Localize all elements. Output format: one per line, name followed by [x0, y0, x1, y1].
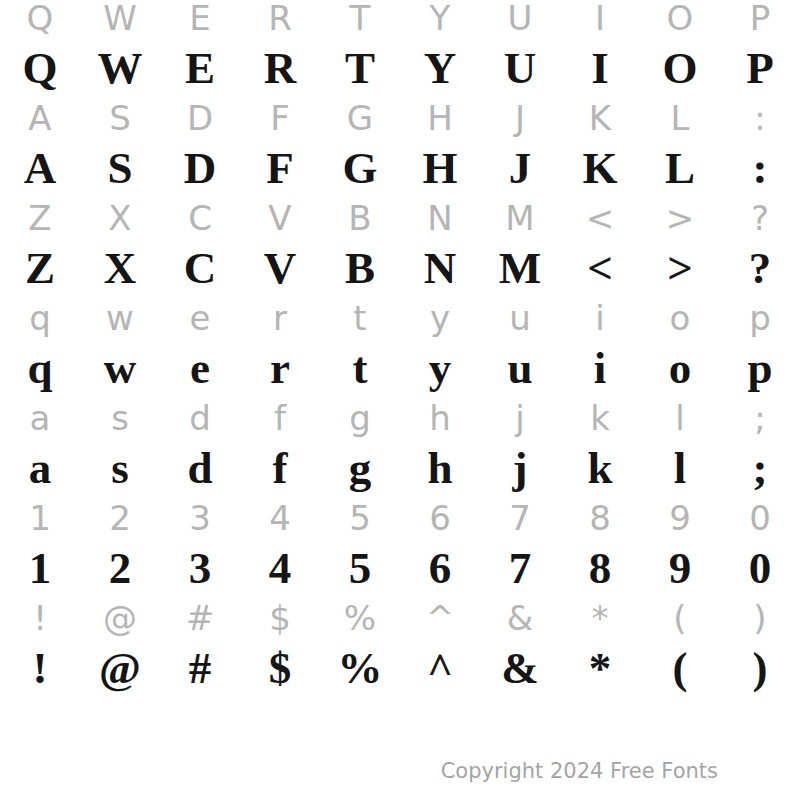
glyph-cell-r5c10: ? [720, 193, 800, 243]
glyph-cell-r12c3: 3 [160, 543, 240, 593]
glyph-cell-r4c6: H [400, 143, 480, 193]
glyph-cell-r10c8: k [560, 443, 640, 493]
glyph-cell-r2c6: Y [400, 43, 480, 93]
glyph-cell-r5c4: V [240, 193, 320, 243]
glyph-cell-r14c4: $ [240, 643, 320, 693]
glyph-cell-r3c5: G [320, 93, 400, 143]
glyph-cell-r7c1: q [0, 293, 80, 343]
glyph-cell-r12c10: 0 [720, 543, 800, 593]
glyph-cell-r12c7: 7 [480, 543, 560, 593]
glyph-cell-r5c5: B [320, 193, 400, 243]
glyph-cell-r10c6: h [400, 443, 480, 493]
glyph-cell-r7c2: w [80, 293, 160, 343]
character-grid: QWERTYUIOPQWERTYUIOPASDFGHJKL:ASDFGHJKL:… [0, 0, 800, 693]
glyph-cell-r13c5: % [320, 593, 400, 643]
glyph-cell-r9c4: f [240, 393, 320, 443]
glyph-cell-r2c2: W [80, 43, 160, 93]
glyph-cell-r14c9: ( [640, 643, 720, 693]
glyph-cell-r8c9: o [640, 343, 720, 393]
glyph-cell-r4c4: F [240, 143, 320, 193]
glyph-cell-r2c8: I [560, 43, 640, 93]
glyph-cell-r10c10: ; [720, 443, 800, 493]
glyph-cell-r11c7: 7 [480, 493, 560, 543]
glyph-cell-r6c9: > [640, 243, 720, 293]
glyph-cell-r13c3: # [160, 593, 240, 643]
glyph-cell-r9c1: a [0, 393, 80, 443]
glyph-cell-r6c8: < [560, 243, 640, 293]
glyph-cell-r7c9: o [640, 293, 720, 343]
glyph-cell-r4c10: : [720, 143, 800, 193]
glyph-cell-r9c7: j [480, 393, 560, 443]
glyph-cell-r12c5: 5 [320, 543, 400, 593]
glyph-cell-r10c9: l [640, 443, 720, 493]
glyph-cell-r7c4: r [240, 293, 320, 343]
glyph-cell-r8c4: r [240, 343, 320, 393]
glyph-cell-r8c7: u [480, 343, 560, 393]
glyph-cell-r9c10: ; [720, 393, 800, 443]
glyph-cell-r5c7: M [480, 193, 560, 243]
glyph-cell-r14c6: ^ [400, 643, 480, 693]
glyph-cell-r14c10: ) [720, 643, 800, 693]
glyph-cell-r10c3: d [160, 443, 240, 493]
glyph-cell-r8c8: i [560, 343, 640, 393]
glyph-cell-r9c3: d [160, 393, 240, 443]
glyph-cell-r11c4: 4 [240, 493, 320, 543]
glyph-cell-r13c4: $ [240, 593, 320, 643]
glyph-cell-r2c10: P [720, 43, 800, 93]
glyph-cell-r13c9: ( [640, 593, 720, 643]
glyph-cell-r4c7: J [480, 143, 560, 193]
glyph-cell-r3c2: S [80, 93, 160, 143]
glyph-cell-r5c8: < [560, 193, 640, 243]
glyph-cell-r2c7: U [480, 43, 560, 93]
glyph-cell-r1c7: U [480, 0, 560, 43]
glyph-cell-r12c4: 4 [240, 543, 320, 593]
glyph-cell-r14c2: @ [80, 643, 160, 693]
glyph-cell-r7c7: u [480, 293, 560, 343]
glyph-cell-r3c1: A [0, 93, 80, 143]
glyph-cell-r10c5: g [320, 443, 400, 493]
glyph-cell-r9c5: g [320, 393, 400, 443]
glyph-cell-r13c10: ) [720, 593, 800, 643]
glyph-cell-r12c8: 8 [560, 543, 640, 593]
glyph-cell-r7c10: p [720, 293, 800, 343]
glyph-cell-r2c3: E [160, 43, 240, 93]
glyph-cell-r8c1: q [0, 343, 80, 393]
glyph-cell-r1c3: E [160, 0, 240, 43]
glyph-cell-r11c6: 6 [400, 493, 480, 543]
glyph-cell-r7c5: t [320, 293, 400, 343]
glyph-cell-r8c2: w [80, 343, 160, 393]
glyph-cell-r2c9: O [640, 43, 720, 93]
glyph-cell-r12c6: 6 [400, 543, 480, 593]
glyph-cell-r4c2: S [80, 143, 160, 193]
glyph-cell-r1c2: W [80, 0, 160, 43]
glyph-cell-r3c6: H [400, 93, 480, 143]
glyph-cell-r2c4: R [240, 43, 320, 93]
glyph-cell-r4c3: D [160, 143, 240, 193]
glyph-cell-r8c5: t [320, 343, 400, 393]
glyph-cell-r10c2: s [80, 443, 160, 493]
glyph-cell-r7c8: i [560, 293, 640, 343]
glyph-cell-r6c6: N [400, 243, 480, 293]
glyph-cell-r1c6: Y [400, 0, 480, 43]
glyph-cell-r3c4: F [240, 93, 320, 143]
glyph-cell-r1c4: R [240, 0, 320, 43]
glyph-cell-r11c2: 2 [80, 493, 160, 543]
glyph-cell-r1c8: I [560, 0, 640, 43]
glyph-cell-r6c3: C [160, 243, 240, 293]
glyph-cell-r14c7: & [480, 643, 560, 693]
glyph-cell-r11c1: 1 [0, 493, 80, 543]
glyph-cell-r11c3: 3 [160, 493, 240, 543]
glyph-cell-r6c10: ? [720, 243, 800, 293]
glyph-cell-r1c1: Q [0, 0, 80, 43]
glyph-cell-r13c8: * [560, 593, 640, 643]
glyph-cell-r4c5: G [320, 143, 400, 193]
glyph-cell-r7c6: y [400, 293, 480, 343]
glyph-cell-r4c1: A [0, 143, 80, 193]
glyph-cell-r5c9: > [640, 193, 720, 243]
glyph-cell-r8c10: p [720, 343, 800, 393]
glyph-cell-r5c6: N [400, 193, 480, 243]
glyph-cell-r10c7: j [480, 443, 560, 493]
copyright-text: Copyright 2024 Free Fonts [441, 760, 718, 783]
glyph-cell-r3c10: : [720, 93, 800, 143]
glyph-cell-r3c3: D [160, 93, 240, 143]
glyph-cell-r9c9: l [640, 393, 720, 443]
glyph-cell-r9c2: s [80, 393, 160, 443]
glyph-cell-r12c9: 9 [640, 543, 720, 593]
glyph-cell-r14c3: # [160, 643, 240, 693]
glyph-cell-r9c6: h [400, 393, 480, 443]
glyph-cell-r11c9: 9 [640, 493, 720, 543]
glyph-cell-r1c10: P [720, 0, 800, 43]
glyph-cell-r14c1: ! [0, 643, 80, 693]
glyph-cell-r13c7: & [480, 593, 560, 643]
glyph-cell-r4c9: L [640, 143, 720, 193]
glyph-cell-r7c3: e [160, 293, 240, 343]
glyph-cell-r11c8: 8 [560, 493, 640, 543]
glyph-cell-r2c5: T [320, 43, 400, 93]
glyph-cell-r1c9: O [640, 0, 720, 43]
glyph-cell-r5c1: Z [0, 193, 80, 243]
glyph-cell-r13c1: ! [0, 593, 80, 643]
glyph-cell-r10c4: f [240, 443, 320, 493]
glyph-cell-r6c2: X [80, 243, 160, 293]
glyph-cell-r3c8: K [560, 93, 640, 143]
glyph-cell-r5c3: C [160, 193, 240, 243]
glyph-cell-r5c2: X [80, 193, 160, 243]
glyph-cell-r6c5: B [320, 243, 400, 293]
glyph-cell-r14c8: * [560, 643, 640, 693]
glyph-cell-r6c7: M [480, 243, 560, 293]
glyph-cell-r6c4: V [240, 243, 320, 293]
glyph-cell-r9c8: k [560, 393, 640, 443]
glyph-cell-r2c1: Q [0, 43, 80, 93]
glyph-cell-r13c2: @ [80, 593, 160, 643]
glyph-cell-r12c2: 2 [80, 543, 160, 593]
glyph-cell-r8c6: y [400, 343, 480, 393]
glyph-cell-r3c7: J [480, 93, 560, 143]
glyph-cell-r11c10: 0 [720, 493, 800, 543]
glyph-cell-r14c5: % [320, 643, 400, 693]
glyph-cell-r1c5: T [320, 0, 400, 43]
glyph-cell-r4c8: K [560, 143, 640, 193]
glyph-cell-r8c3: e [160, 343, 240, 393]
glyph-cell-r3c9: L [640, 93, 720, 143]
glyph-cell-r11c5: 5 [320, 493, 400, 543]
glyph-cell-r12c1: 1 [0, 543, 80, 593]
glyph-cell-r10c1: a [0, 443, 80, 493]
glyph-cell-r13c6: ^ [400, 593, 480, 643]
glyph-cell-r6c1: Z [0, 243, 80, 293]
